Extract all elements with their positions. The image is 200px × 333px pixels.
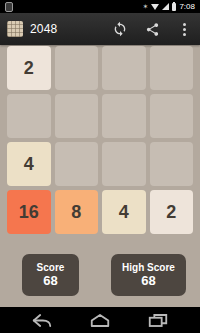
home-button[interactable] [88,310,112,330]
score-box: Score 68 [22,254,79,296]
bluetooth-icon: ✶ [143,3,149,10]
tile-4: 4 [7,142,51,186]
app-icon [7,21,23,37]
back-button[interactable] [30,310,54,330]
share-button[interactable] [143,18,161,40]
status-time: 7:08 [179,3,195,11]
empty-cell [55,94,99,138]
navigation-bar [0,307,200,333]
high-score-label: High Score [111,262,186,273]
empty-cell [7,94,51,138]
high-score-box: High Score 68 [111,254,186,296]
recents-button[interactable] [146,310,170,330]
overflow-menu-button[interactable] [175,18,193,40]
empty-cell [55,142,99,186]
refresh-button[interactable] [111,18,129,40]
empty-cell [102,94,146,138]
board[interactable]: 2416842 [7,46,193,234]
tile-4: 4 [102,190,146,234]
empty-cell [102,142,146,186]
tile-16: 16 [7,190,51,234]
tile-2: 2 [7,46,51,90]
score-label: Score [22,262,79,273]
high-score-value: 68 [111,274,186,288]
score-value: 68 [22,274,79,288]
overflow-icon [183,23,186,36]
battery-icon [172,3,176,11]
tile-2: 2 [150,190,194,234]
share-icon [145,22,160,37]
wifi-icon [151,4,159,10]
phone-screen: ✶ 7:08 2048 2416842 [0,0,200,333]
home-icon [89,313,111,328]
app-title: 2048 [30,22,58,36]
empty-cell [55,46,99,90]
action-bar: 2048 [0,13,200,45]
empty-cell [150,46,194,90]
tile-8: 8 [55,190,99,234]
refresh-icon [112,21,128,37]
empty-cell [150,94,194,138]
empty-cell [150,142,194,186]
signal-icon [162,3,169,10]
empty-cell [102,46,146,90]
status-bar: ✶ 7:08 [0,0,200,13]
notification-icon [5,2,13,12]
recents-icon [147,313,169,328]
back-icon [31,313,53,328]
